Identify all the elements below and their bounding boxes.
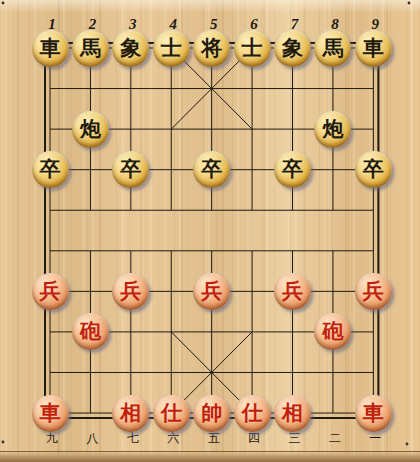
piece-black-soldier-4[interactable]: 卒: [274, 151, 311, 188]
piece-red-elephant-right[interactable]: 相: [274, 395, 311, 432]
xiangqi-board: 123456789 九八七六五四三二一 車馬象士将士象馬車炮炮卒卒卒卒卒兵兵兵兵…: [0, 0, 420, 462]
corner-dot: [2, 441, 5, 444]
piece-black-elephant-left[interactable]: 象: [112, 30, 149, 67]
piece-black-general[interactable]: 将: [193, 30, 230, 67]
piece-black-soldier-1[interactable]: 卒: [32, 151, 69, 188]
piece-black-advisor-right[interactable]: 士: [234, 30, 271, 67]
piece-red-soldier-5[interactable]: 兵: [355, 273, 392, 310]
file-label-bottom-2: 二: [324, 430, 346, 444]
piece-black-horse-left[interactable]: 馬: [72, 30, 109, 67]
file-label-bottom-6: 六: [162, 430, 184, 444]
piece-black-advisor-left[interactable]: 士: [153, 30, 190, 67]
piece-red-elephant-left[interactable]: 相: [112, 395, 149, 432]
piece-red-chariot-left[interactable]: 車: [32, 395, 69, 432]
piece-red-soldier-3[interactable]: 兵: [193, 273, 230, 310]
file-label-bottom-3: 三: [284, 430, 306, 444]
piece-black-chariot-right[interactable]: 車: [355, 30, 392, 67]
piece-red-soldier-1[interactable]: 兵: [32, 273, 69, 310]
file-label-bottom-9: 九: [41, 430, 63, 444]
piece-black-elephant-right[interactable]: 象: [274, 30, 311, 67]
piece-red-advisor-left[interactable]: 仕: [153, 395, 190, 432]
file-label-bottom-8: 八: [81, 430, 103, 444]
piece-black-soldier-5[interactable]: 卒: [355, 151, 392, 188]
piece-red-soldier-4[interactable]: 兵: [274, 273, 311, 310]
corner-dot: [408, 2, 411, 5]
piece-red-marshal[interactable]: 帥: [193, 395, 230, 432]
piece-red-advisor-right[interactable]: 仕: [234, 395, 271, 432]
piece-black-cannon-left[interactable]: 炮: [72, 111, 109, 148]
piece-black-chariot-left[interactable]: 車: [32, 30, 69, 67]
piece-black-horse-right[interactable]: 馬: [314, 30, 351, 67]
file-label-bottom-5: 五: [203, 430, 225, 444]
board-grid: [0, 0, 420, 462]
corner-dot: [2, 2, 5, 5]
piece-red-chariot-right[interactable]: 車: [355, 395, 392, 432]
piece-red-soldier-2[interactable]: 兵: [112, 273, 149, 310]
file-label-bottom-4: 四: [243, 430, 265, 444]
corner-dot: [406, 443, 409, 446]
piece-black-cannon-right[interactable]: 炮: [314, 111, 351, 148]
file-label-bottom-1: 一: [364, 430, 386, 444]
file-label-bottom-7: 七: [122, 430, 144, 444]
